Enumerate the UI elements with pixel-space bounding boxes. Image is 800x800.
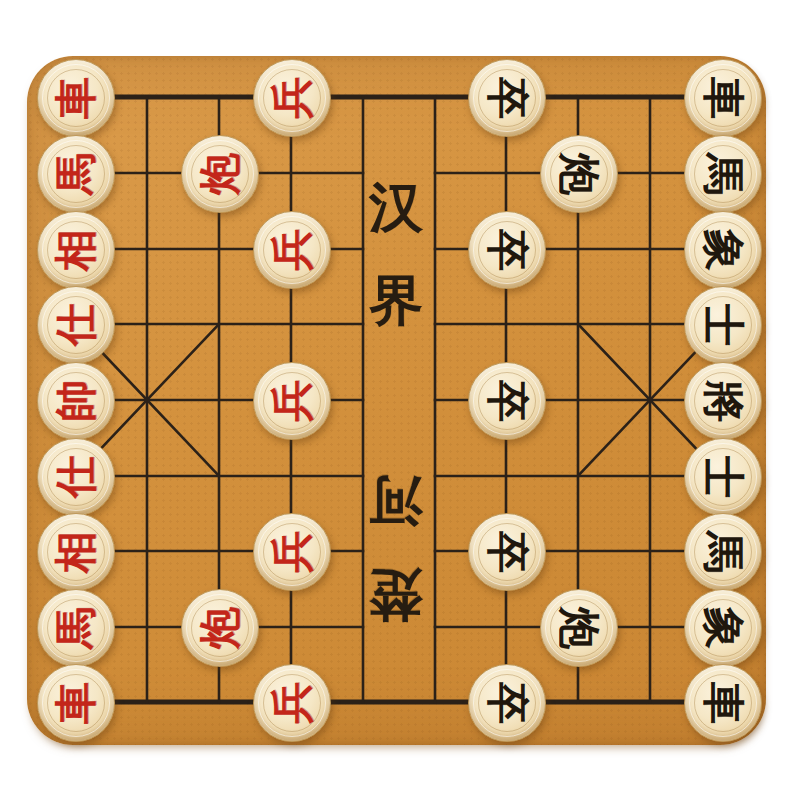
piece-red-chariot[interactable]: 車 [37,59,115,137]
piece-character: 炮 [182,136,258,212]
piece-black-general[interactable]: 將 [684,362,762,440]
piece-character: 象 [685,590,761,666]
piece-character: 帥 [38,363,114,439]
piece-black-cannon[interactable]: 炮 [540,135,618,213]
piece-red-soldier[interactable]: 兵 [253,362,331,440]
piece-character: 仕 [38,439,114,515]
piece-character: 卒 [469,514,545,590]
piece-red-soldier[interactable]: 兵 [253,59,331,137]
piece-character: 相 [38,514,114,590]
piece-black-soldier[interactable]: 卒 [468,211,546,289]
piece-red-elephant[interactable]: 相 [37,211,115,289]
piece-character: 炮 [182,590,258,666]
piece-black-elephant[interactable]: 象 [684,589,762,667]
piece-character: 仕 [38,287,114,363]
piece-black-chariot[interactable]: 車 [684,664,762,742]
piece-black-soldier[interactable]: 卒 [468,664,546,742]
piece-black-cannon[interactable]: 炮 [540,589,618,667]
piece-red-horse[interactable]: 馬 [37,589,115,667]
xiangqi-board-photo: 汉界河楚 車馬相仕帥仕相馬車炮炮兵兵兵兵兵車馬象士將士馬象車炮炮卒卒卒卒卒 [0,0,800,800]
river-char-han: 汉 [369,172,423,245]
piece-character: 兵 [254,363,330,439]
piece-red-soldier[interactable]: 兵 [253,211,331,289]
piece-character: 馬 [685,514,761,590]
piece-character: 炮 [541,590,617,666]
river-char-he: 河 [369,464,423,537]
piece-black-soldier[interactable]: 卒 [468,362,546,440]
piece-character: 卒 [469,665,545,741]
piece-red-elephant[interactable]: 相 [37,513,115,591]
piece-character: 車 [38,665,114,741]
river-char-chu: 楚 [369,558,423,631]
piece-character: 卒 [469,363,545,439]
piece-red-cannon[interactable]: 炮 [181,135,259,213]
piece-character: 兵 [254,665,330,741]
piece-character: 士 [685,439,761,515]
piece-character: 卒 [469,212,545,288]
piece-black-soldier[interactable]: 卒 [468,513,546,591]
piece-character: 車 [685,665,761,741]
piece-black-chariot[interactable]: 車 [684,59,762,137]
piece-black-horse[interactable]: 馬 [684,135,762,213]
piece-character: 炮 [541,136,617,212]
piece-black-elephant[interactable]: 象 [684,211,762,289]
piece-character: 卒 [469,60,545,136]
piece-character: 相 [38,212,114,288]
river-char-jie: 界 [369,265,423,338]
piece-character: 將 [685,363,761,439]
piece-character: 車 [38,60,114,136]
piece-black-advisor[interactable]: 士 [684,286,762,364]
piece-character: 馬 [38,136,114,212]
piece-character: 兵 [254,60,330,136]
piece-red-advisor[interactable]: 仕 [37,286,115,364]
piece-character: 象 [685,212,761,288]
piece-character: 車 [685,60,761,136]
piece-red-advisor[interactable]: 仕 [37,438,115,516]
piece-red-horse[interactable]: 馬 [37,135,115,213]
piece-red-chariot[interactable]: 車 [37,664,115,742]
piece-character: 馬 [685,136,761,212]
piece-character: 兵 [254,212,330,288]
piece-black-advisor[interactable]: 士 [684,438,762,516]
piece-character: 士 [685,287,761,363]
piece-black-horse[interactable]: 馬 [684,513,762,591]
piece-red-soldier[interactable]: 兵 [253,664,331,742]
piece-character: 兵 [254,514,330,590]
piece-black-soldier[interactable]: 卒 [468,59,546,137]
piece-character: 馬 [38,590,114,666]
piece-red-cannon[interactable]: 炮 [181,589,259,667]
board-mat [27,56,766,745]
piece-red-general[interactable]: 帥 [37,362,115,440]
piece-red-soldier[interactable]: 兵 [253,513,331,591]
